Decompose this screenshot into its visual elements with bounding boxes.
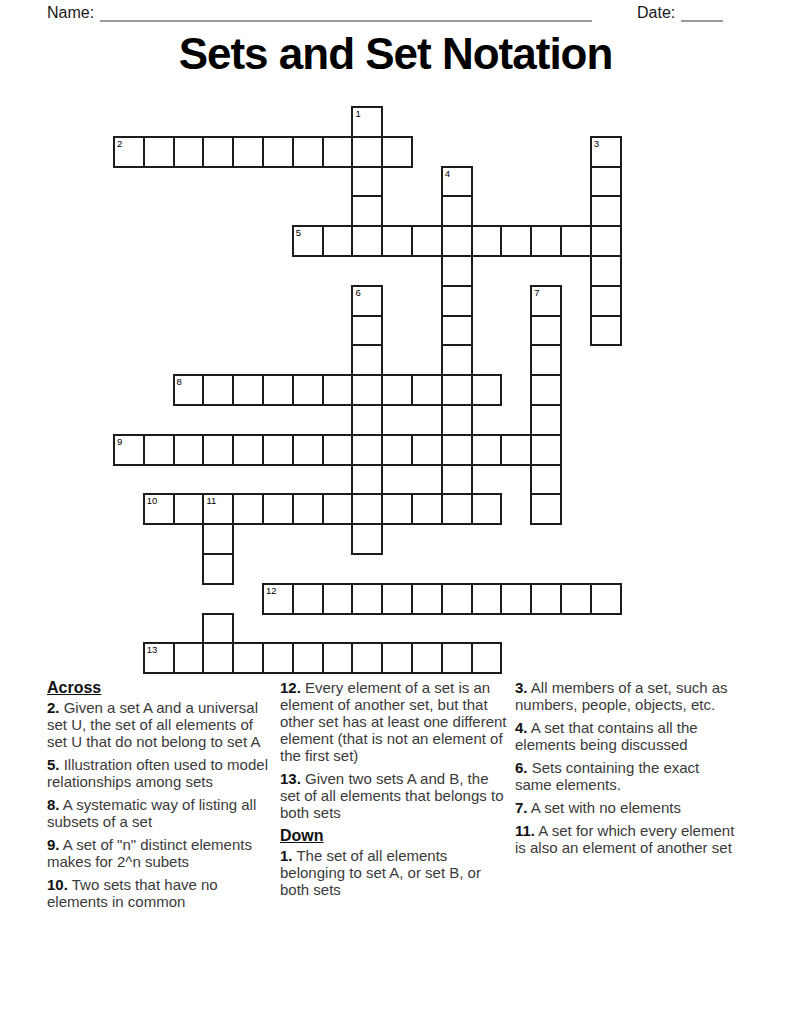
clue-number: 9. (47, 836, 60, 853)
cell-number-4: 4 (445, 168, 450, 179)
clue-column-2: 12. Every element of a set is an element… (280, 679, 511, 904)
cell-number-5: 5 (296, 227, 301, 238)
clue-text: A set for which every element is also an… (515, 822, 734, 856)
grid-cell-r1c5[interactable] (262, 136, 294, 168)
grid-cell-r8c14[interactable] (530, 344, 562, 376)
grid-cell-r3c11[interactable] (441, 195, 473, 227)
grid-cell-r1c2[interactable] (173, 136, 205, 168)
clue-number: 12. (280, 679, 301, 696)
grid-cell-r5c16[interactable] (590, 255, 622, 287)
grid-cell-r0c8[interactable]: 1 (351, 106, 383, 138)
clue-text: All members of a set, such as numbers, p… (515, 679, 728, 713)
cell-number-11: 11 (206, 495, 216, 506)
grid-cell-r4c6[interactable]: 5 (292, 225, 324, 257)
cell-number-1: 1 (355, 108, 360, 119)
across-clue-2: 2. Given a set A and a universal set U, … (47, 699, 277, 750)
grid-cell-r12c8[interactable] (351, 464, 383, 496)
clue-text: Every element of a set is an element of … (280, 679, 507, 764)
clue-number: 4. (515, 719, 528, 736)
grid-cell-r16c11[interactable] (441, 583, 473, 615)
grid-cell-r9c2[interactable]: 8 (173, 374, 205, 406)
grid-cell-r16c10[interactable] (411, 583, 443, 615)
grid-cell-r11c14[interactable] (530, 434, 562, 466)
grid-cell-r4c7[interactable] (322, 225, 354, 257)
cell-number-10: 10 (147, 495, 158, 506)
page-title: Sets and Set Notation (0, 30, 791, 78)
grid-cell-r7c14[interactable] (530, 315, 562, 347)
grid-cell-r4c13[interactable] (500, 225, 532, 257)
grid-cell-r2c11[interactable]: 4 (441, 166, 473, 198)
cell-number-8: 8 (177, 376, 182, 387)
grid-cell-r11c7[interactable] (322, 434, 354, 466)
clue-text: Two sets that have no elements in common (47, 876, 218, 910)
grid-cell-r13c8[interactable] (351, 493, 383, 525)
clue-number: 5. (47, 756, 60, 773)
grid-cell-r4c14[interactable] (530, 225, 562, 257)
date-field-group: Date: (637, 4, 723, 22)
grid-cell-r13c3[interactable]: 11 (202, 493, 234, 525)
grid-cell-r8c11[interactable] (441, 344, 473, 376)
clue-number: 1. (280, 847, 293, 864)
grid-cell-r12c11[interactable] (441, 464, 473, 496)
clue-text: A set of "n" distinct elements makes for… (47, 836, 252, 870)
grid-cell-r13c11[interactable] (441, 493, 473, 525)
grid-cell-r18c2[interactable] (173, 642, 205, 674)
grid-cell-r14c8[interactable] (351, 523, 383, 555)
clue-number: 11. (515, 822, 535, 839)
grid-cell-r4c8[interactable] (351, 225, 383, 257)
name-label: Name: (47, 4, 94, 22)
grid-cell-r4c11[interactable] (441, 225, 473, 257)
grid-cell-r7c16[interactable] (590, 315, 622, 347)
down-clue-11: 11. A set for which every element is als… (515, 822, 737, 856)
grid-cell-r7c11[interactable] (441, 315, 473, 347)
grid-cell-r13c1[interactable]: 10 (143, 493, 175, 525)
clue-number: 8. (47, 796, 60, 813)
grid-cell-r9c6[interactable] (292, 374, 324, 406)
across-clue-8: 8. A systematic way of listing all subse… (47, 796, 277, 830)
grid-cell-r11c5[interactable] (262, 434, 294, 466)
grid-cell-r18c4[interactable] (232, 642, 264, 674)
grid-cell-r13c5[interactable] (262, 493, 294, 525)
grid-cell-r16c5[interactable]: 12 (262, 583, 294, 615)
grid-cell-r1c8[interactable] (351, 136, 383, 168)
grid-cell-r18c6[interactable] (292, 642, 324, 674)
clue-number: 10. (47, 876, 68, 893)
across-clue-10: 10. Two sets that have no elements in co… (47, 876, 277, 910)
crossword-grid: 12345678910111213 (113, 106, 623, 674)
grid-cell-r11c9[interactable] (381, 434, 413, 466)
grid-cell-r10c14[interactable] (530, 404, 562, 436)
grid-cell-r13c12[interactable] (471, 493, 503, 525)
grid-cell-r11c4[interactable] (232, 434, 264, 466)
across-clue-9: 9. A set of "n" distinct elements makes … (47, 836, 277, 870)
grid-cell-r11c8[interactable] (351, 434, 383, 466)
across-clue-12: 12. Every element of a set is an element… (280, 679, 511, 764)
grid-cell-r4c15[interactable] (560, 225, 592, 257)
grid-cell-r3c16[interactable] (590, 195, 622, 227)
grid-cell-r11c1[interactable] (143, 434, 175, 466)
down-clue-1: 1. The set of all elements belonging to … (280, 847, 511, 898)
clue-number: 2. (47, 699, 60, 716)
grid-cell-r13c2[interactable] (173, 493, 205, 525)
clue-text: A systematic way of listing all subsets … (47, 796, 256, 830)
grid-cell-r1c3[interactable] (202, 136, 234, 168)
grid-cell-r15c3[interactable] (202, 553, 234, 585)
grid-cell-r13c14[interactable] (530, 493, 562, 525)
grid-cell-r18c8[interactable] (351, 642, 383, 674)
grid-cell-r16c15[interactable] (560, 583, 592, 615)
grid-cell-r4c10[interactable] (411, 225, 443, 257)
grid-cell-r11c2[interactable] (173, 434, 205, 466)
across-clue-5: 5. Illustration often used to model rela… (47, 756, 277, 790)
clue-number: 6. (515, 759, 528, 776)
grid-cell-r9c3[interactable] (202, 374, 234, 406)
grid-cell-r9c7[interactable] (322, 374, 354, 406)
grid-cell-r9c11[interactable] (441, 374, 473, 406)
date-label: Date: (637, 4, 675, 22)
grid-cell-r6c14[interactable]: 7 (530, 285, 562, 317)
grid-cell-r18c3[interactable] (202, 642, 234, 674)
grid-cell-r18c5[interactable] (262, 642, 294, 674)
cell-number-7: 7 (534, 287, 539, 298)
grid-cell-r11c11[interactable] (441, 434, 473, 466)
clue-text: Given a set A and a universal set U, the… (47, 699, 260, 750)
grid-cell-r1c4[interactable] (232, 136, 264, 168)
grid-cell-r11c10[interactable] (411, 434, 443, 466)
cell-number-9: 9 (117, 436, 122, 447)
grid-cell-r5c11[interactable] (441, 255, 473, 287)
grid-cell-r6c16[interactable] (590, 285, 622, 317)
across-clues-header: Across (47, 679, 277, 696)
grid-cell-r11c13[interactable] (500, 434, 532, 466)
grid-cell-r1c1[interactable] (143, 136, 175, 168)
grid-cell-r9c4[interactable] (232, 374, 264, 406)
clue-number: 7. (515, 799, 528, 816)
clue-number: 3. (515, 679, 528, 696)
clue-column-1: Across2. Given a set A and a universal s… (47, 679, 277, 916)
grid-cell-r18c1[interactable]: 13 (143, 642, 175, 674)
grid-cell-r9c12[interactable] (471, 374, 503, 406)
cell-number-3: 3 (594, 138, 599, 149)
grid-cell-r1c6[interactable] (292, 136, 324, 168)
grid-cell-r16c8[interactable] (351, 583, 383, 615)
grid-cell-r2c8[interactable] (351, 166, 383, 198)
grid-cell-r11c0[interactable]: 9 (113, 434, 145, 466)
grid-cell-r16c13[interactable] (500, 583, 532, 615)
grid-cell-r10c11[interactable] (441, 404, 473, 436)
grid-cell-r3c8[interactable] (351, 195, 383, 227)
grid-cell-r7c8[interactable] (351, 315, 383, 347)
clue-text: Sets containing the exact same elements. (515, 759, 699, 793)
grid-cell-r11c12[interactable] (471, 434, 503, 466)
grid-cell-r13c4[interactable] (232, 493, 264, 525)
grid-cell-r10c8[interactable] (351, 404, 383, 436)
grid-cell-r1c16[interactable]: 3 (590, 136, 622, 168)
grid-cell-r4c12[interactable] (471, 225, 503, 257)
grid-cell-r18c7[interactable] (322, 642, 354, 674)
cell-number-12: 12 (266, 585, 277, 596)
name-field-group: Name: (47, 4, 592, 22)
grid-cell-r4c16[interactable] (590, 225, 622, 257)
clue-text: A set that contains all the elements bei… (515, 719, 698, 753)
clue-column-3: 3. All members of a set, such as numbers… (515, 679, 737, 862)
grid-cell-r9c8[interactable] (351, 374, 383, 406)
cell-number-13: 13 (147, 644, 158, 655)
grid-cell-r9c9[interactable] (381, 374, 413, 406)
grid-cell-r12c14[interactable] (530, 464, 562, 496)
cell-number-6: 6 (355, 287, 360, 298)
grid-cell-r18c11[interactable] (441, 642, 473, 674)
clue-text: Given two sets A and B, the set of all e… (280, 770, 503, 821)
cell-number-2: 2 (117, 138, 122, 149)
clue-text: The set of all elements belonging to set… (280, 847, 481, 898)
grid-cell-r14c3[interactable] (202, 523, 234, 555)
down-clues-header: Down (280, 827, 511, 844)
grid-cell-r8c8[interactable] (351, 344, 383, 376)
grid-cell-r9c5[interactable] (262, 374, 294, 406)
grid-cell-r6c11[interactable] (441, 285, 473, 317)
name-input-line[interactable] (100, 6, 592, 22)
grid-cell-r13c6[interactable] (292, 493, 324, 525)
grid-cell-r1c7[interactable] (322, 136, 354, 168)
grid-cell-r16c9[interactable] (381, 583, 413, 615)
grid-cell-r16c14[interactable] (530, 583, 562, 615)
grid-cell-r11c6[interactable] (292, 434, 324, 466)
grid-cell-r18c12[interactable] (471, 642, 503, 674)
crossword-worksheet-page: { "game": "crossword", "page": { "name_l… (0, 0, 791, 1024)
grid-cell-r2c16[interactable] (590, 166, 622, 198)
grid-cell-r16c7[interactable] (322, 583, 354, 615)
grid-cell-r18c9[interactable] (381, 642, 413, 674)
grid-cell-r6c8[interactable]: 6 (351, 285, 383, 317)
date-input-line[interactable] (681, 6, 723, 22)
grid-cell-r17c3[interactable] (202, 613, 234, 645)
down-clue-7: 7. A set with no elements (515, 799, 737, 816)
grid-cell-r16c12[interactable] (471, 583, 503, 615)
down-clue-3: 3. All members of a set, such as numbers… (515, 679, 737, 713)
clue-text: A set with no elements (528, 799, 681, 816)
down-clue-4: 4. A set that contains all the elements … (515, 719, 737, 753)
grid-cell-r1c9[interactable] (381, 136, 413, 168)
grid-cell-r9c14[interactable] (530, 374, 562, 406)
grid-cell-r1c0[interactable]: 2 (113, 136, 145, 168)
grid-cell-r13c7[interactable] (322, 493, 354, 525)
grid-cell-r4c9[interactable] (381, 225, 413, 257)
grid-cell-r11c3[interactable] (202, 434, 234, 466)
grid-cell-r13c10[interactable] (411, 493, 443, 525)
grid-cell-r9c10[interactable] (411, 374, 443, 406)
grid-cell-r16c16[interactable] (590, 583, 622, 615)
grid-cell-r13c9[interactable] (381, 493, 413, 525)
grid-cell-r18c10[interactable] (411, 642, 443, 674)
across-clue-13: 13. Given two sets A and B, the set of a… (280, 770, 511, 821)
grid-cell-r16c6[interactable] (292, 583, 324, 615)
clue-number: 13. (280, 770, 301, 787)
clue-text: Illustration often used to model relatio… (47, 756, 268, 790)
down-clue-6: 6. Sets containing the exact same elemen… (515, 759, 737, 793)
